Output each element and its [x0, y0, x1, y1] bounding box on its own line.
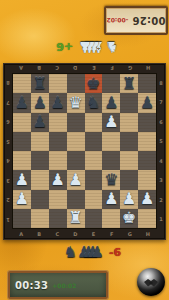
piece-black-knight[interactable]: ♞ [86, 95, 100, 111]
square-a5[interactable] [13, 132, 31, 151]
square-f1[interactable] [102, 209, 120, 228]
square-e7[interactable]: ♞ [85, 93, 103, 112]
file-label-G: G [121, 64, 139, 73]
square-g1[interactable]: ♚ [120, 209, 138, 228]
rank-label-3: 3 [157, 171, 165, 191]
file-label-F: F [103, 229, 121, 239]
square-c7[interactable]: ♟ [49, 93, 67, 112]
square-b3[interactable] [31, 170, 49, 189]
rank-label-2: 2 [157, 190, 165, 210]
captured-white-pawn: ♟ [78, 40, 91, 55]
file-label-B: B [30, 64, 48, 73]
opponent-material-score: +6 [56, 41, 73, 54]
square-h4[interactable] [138, 151, 156, 170]
chess-app-screen: 00:26 -00:02 ♞♝♟♟♟+6 ABCDEFGH ABCDEFGH 8… [0, 0, 169, 300]
square-c4[interactable] [49, 151, 67, 170]
chess-board: ABCDEFGH ABCDEFGH 87654321 87654321 ♜♚♜♟… [3, 63, 166, 240]
square-f7[interactable]: ♟ [102, 93, 120, 112]
file-label-B: B [30, 229, 48, 239]
square-g8[interactable]: ♜ [120, 74, 138, 93]
rank-label-3: 3 [4, 171, 12, 191]
file-label-C: C [48, 64, 66, 73]
square-d5[interactable] [67, 132, 85, 151]
board-grid: ♜♚♜♟♟♟♛♞♟♟♟♟♟♟♟♛♟♟♟♟♜♚ [12, 73, 157, 229]
piece-black-pawn[interactable]: ♟ [104, 95, 118, 111]
square-d6[interactable] [67, 113, 85, 132]
piece-black-pawn[interactable]: ♟ [140, 95, 154, 111]
square-h8[interactable] [138, 74, 156, 93]
player-clock-delta: +00:02 [52, 282, 76, 289]
piece-white-pawn[interactable]: ♟ [104, 191, 118, 207]
piece-black-king[interactable]: ♚ [86, 76, 100, 92]
captured-white-knight: ♞ [105, 40, 118, 55]
square-e3[interactable] [85, 170, 103, 189]
rank-label-6: 6 [4, 112, 12, 132]
square-f4[interactable] [102, 151, 120, 170]
piece-white-pawn[interactable]: ♟ [68, 172, 82, 188]
square-d8[interactable] [67, 74, 85, 93]
piece-white-pawn[interactable]: ♟ [15, 191, 29, 207]
square-g4[interactable] [120, 151, 138, 170]
square-c5[interactable] [49, 132, 67, 151]
file-label-D: D [66, 229, 84, 239]
square-g3[interactable] [120, 170, 138, 189]
square-h3[interactable] [138, 170, 156, 189]
rank-label-1: 1 [157, 210, 165, 230]
square-c2[interactable] [49, 190, 67, 209]
piece-white-rook[interactable]: ♜ [68, 210, 82, 226]
handshake-icon [143, 273, 159, 292]
square-a2[interactable]: ♟ [13, 190, 31, 209]
player-captured-tray: ♞♟♟♟♟-6 [38, 240, 152, 264]
piece-black-queen[interactable]: ♛ [104, 172, 118, 188]
rank-label-2: 2 [4, 190, 12, 210]
file-labels-bottom: ABCDEFGH [12, 229, 157, 239]
square-e4[interactable] [85, 151, 103, 170]
square-c3[interactable]: ♟ [49, 170, 67, 189]
rank-label-7: 7 [4, 93, 12, 113]
square-f5[interactable] [102, 132, 120, 151]
rank-labels-left: 87654321 [4, 73, 12, 229]
rank-label-8: 8 [157, 73, 165, 93]
file-label-F: F [103, 64, 121, 73]
square-g2[interactable]: ♟ [120, 190, 138, 209]
opponent-clock: 00:26 -00:02 [104, 6, 168, 35]
player-clock: 00:33 +00:02 [8, 271, 108, 299]
square-f6[interactable]: ♟ [102, 113, 120, 132]
handshake-button[interactable] [137, 268, 165, 296]
square-h2[interactable]: ♟ [138, 190, 156, 209]
square-b5[interactable] [31, 132, 49, 151]
square-a3[interactable]: ♟ [13, 170, 31, 189]
square-b6[interactable]: ♟ [31, 113, 49, 132]
piece-white-pawn[interactable]: ♟ [51, 172, 65, 188]
rank-label-5: 5 [4, 132, 12, 152]
square-e5[interactable] [85, 132, 103, 151]
file-label-E: E [85, 229, 103, 239]
square-d1[interactable]: ♜ [67, 209, 85, 228]
square-b4[interactable] [31, 151, 49, 170]
square-d3[interactable]: ♟ [67, 170, 85, 189]
opponent-clock-time: 00:26 [132, 15, 165, 26]
piece-white-pawn[interactable]: ♟ [104, 114, 118, 130]
square-f8[interactable] [102, 74, 120, 93]
square-b2[interactable] [31, 190, 49, 209]
square-d2[interactable] [67, 190, 85, 209]
piece-white-pawn[interactable]: ♟ [122, 191, 136, 207]
square-h7[interactable]: ♟ [138, 93, 156, 112]
rank-label-1: 1 [4, 210, 12, 230]
square-a6[interactable] [13, 113, 31, 132]
square-g6[interactable] [120, 113, 138, 132]
file-label-C: C [48, 229, 66, 239]
file-label-H: H [139, 229, 157, 239]
square-b8[interactable]: ♜ [31, 74, 49, 93]
square-c6[interactable] [49, 113, 67, 132]
rank-label-4: 4 [157, 151, 165, 171]
captured-black-pawn: ♟ [91, 245, 104, 260]
rank-label-4: 4 [4, 151, 12, 171]
square-h5[interactable] [138, 132, 156, 151]
square-d4[interactable] [67, 151, 85, 170]
square-b1[interactable] [31, 209, 49, 228]
square-c1[interactable] [49, 209, 67, 228]
rank-label-6: 6 [157, 112, 165, 132]
player-clock-time: 00:33 [15, 280, 48, 291]
captured-black-knight: ♞ [64, 245, 77, 260]
piece-white-pawn[interactable]: ♟ [140, 191, 154, 207]
file-label-A: A [12, 64, 30, 73]
player-material-score: -6 [109, 246, 121, 259]
square-a1[interactable] [13, 209, 31, 228]
square-c8[interactable] [49, 74, 67, 93]
square-h1[interactable] [138, 209, 156, 228]
rank-label-8: 8 [4, 73, 12, 93]
square-e6[interactable] [85, 113, 103, 132]
square-a7[interactable]: ♟ [13, 93, 31, 112]
file-label-D: D [66, 64, 84, 73]
piece-black-pawn[interactable]: ♟ [33, 95, 47, 111]
square-d7[interactable]: ♛ [67, 93, 85, 112]
piece-white-pawn[interactable]: ♟ [15, 172, 29, 188]
piece-black-pawn[interactable]: ♟ [33, 114, 47, 130]
square-b7[interactable]: ♟ [31, 93, 49, 112]
square-e1[interactable] [85, 209, 103, 228]
file-labels-top: ABCDEFGH [12, 64, 157, 73]
piece-black-rook[interactable]: ♜ [33, 76, 47, 92]
piece-white-king[interactable]: ♚ [122, 210, 136, 226]
square-e8[interactable]: ♚ [85, 74, 103, 93]
piece-black-rook[interactable]: ♜ [122, 76, 136, 92]
rank-label-7: 7 [157, 93, 165, 113]
square-f3[interactable]: ♛ [102, 170, 120, 189]
rank-labels-right: 87654321 [157, 73, 165, 229]
square-g7[interactable] [120, 93, 138, 112]
file-label-H: H [139, 64, 157, 73]
opponent-captured-tray: ♞♝♟♟♟+6 [28, 35, 142, 59]
file-label-E: E [85, 64, 103, 73]
rank-label-5: 5 [157, 132, 165, 152]
piece-black-pawn[interactable]: ♟ [51, 95, 65, 111]
file-label-G: G [121, 229, 139, 239]
square-e2[interactable] [85, 190, 103, 209]
square-h6[interactable] [138, 113, 156, 132]
piece-black-pawn[interactable]: ♟ [15, 95, 29, 111]
square-a8[interactable] [13, 74, 31, 93]
square-f2[interactable]: ♟ [102, 190, 120, 209]
square-a4[interactable] [13, 151, 31, 170]
square-g5[interactable] [120, 132, 138, 151]
piece-white-queen[interactable]: ♛ [68, 95, 82, 111]
opponent-clock-delta: -00:02 [107, 17, 129, 24]
file-label-A: A [12, 229, 30, 239]
